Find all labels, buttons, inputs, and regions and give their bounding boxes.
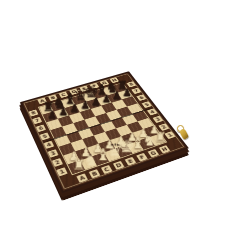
coord-label-6: 6 (136, 94, 146, 101)
coord-label-h: H (159, 145, 171, 153)
chess-set-scene: ABCDEFGH ABCDEFGH 87654321 87654321 ♜♞♝♛… (0, 0, 228, 228)
piece-white-rook-h1: ♜ (154, 130, 166, 144)
coord-label-7: 7 (131, 88, 141, 94)
brass-clasp (175, 124, 193, 142)
coord-label-1: 1 (56, 167, 67, 176)
piece-black-pawn-b7: ♟ (59, 106, 69, 117)
coord-label-b: B (89, 169, 101, 178)
coord-label-2: 2 (52, 158, 63, 167)
piece-black-pawn-e7: ♟ (91, 97, 101, 108)
coord-label-d: D (113, 161, 125, 170)
coord-label-c: C (101, 165, 113, 174)
piece-white-knight-b1: ♞ (84, 152, 98, 167)
piece-black-pawn-h7: ♟ (122, 88, 131, 98)
piece-black-pawn-f7: ♟ (102, 94, 111, 105)
piece-black-pawn-a7: ♟ (47, 110, 57, 121)
chess-board: ABCDEFGH ABCDEFGH 87654321 87654321 ♜♞♝♛… (20, 71, 189, 193)
coord-label-7: 7 (32, 117, 42, 124)
coord-label-f: F (136, 153, 148, 162)
coord-label-3: 3 (153, 116, 164, 123)
photo-background: ABCDEFGH ABCDEFGH 87654321 87654321 ♜♞♝♛… (0, 0, 228, 228)
clasp-hook-icon (179, 128, 189, 140)
piece-white-rook-a1: ♜ (72, 157, 85, 171)
coord-label-6: 6 (36, 125, 46, 133)
coord-label-e: E (125, 157, 137, 166)
coord-label-3: 3 (48, 149, 59, 158)
coord-label-8: 8 (29, 109, 39, 116)
piece-black-pawn-g7: ♟ (112, 91, 121, 101)
coord-label-a: A (76, 173, 88, 182)
coord-label-g: G (148, 149, 160, 158)
piece-black-pawn-d7: ♟ (81, 100, 91, 111)
piece-black-pawn-c7: ♟ (70, 103, 80, 114)
